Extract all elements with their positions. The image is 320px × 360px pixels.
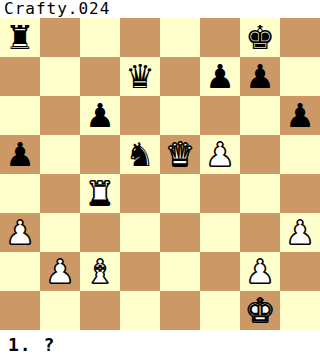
square-a1[interactable] <box>0 291 40 330</box>
square-c6[interactable]: ♟ <box>80 96 120 135</box>
square-e4[interactable] <box>160 174 200 213</box>
square-h8[interactable] <box>280 18 320 57</box>
square-h6[interactable]: ♟ <box>280 96 320 135</box>
square-a3[interactable]: ♟ <box>0 213 40 252</box>
window-title: Crafty.024 <box>0 0 320 18</box>
square-d7[interactable]: ♛ <box>120 57 160 96</box>
piece-white-pawn: ♟ <box>205 138 235 171</box>
piece-black-king: ♚ <box>245 21 275 54</box>
square-b7[interactable] <box>40 57 80 96</box>
square-a8[interactable]: ♜ <box>0 18 40 57</box>
square-b2[interactable]: ♟ <box>40 252 80 291</box>
square-f2[interactable] <box>200 252 240 291</box>
piece-black-pawn: ♟ <box>245 60 275 93</box>
square-g8[interactable]: ♚ <box>240 18 280 57</box>
square-c7[interactable] <box>80 57 120 96</box>
square-f5[interactable]: ♟ <box>200 135 240 174</box>
square-e1[interactable] <box>160 291 200 330</box>
square-f8[interactable] <box>200 18 240 57</box>
square-a7[interactable] <box>0 57 40 96</box>
piece-black-pawn: ♟ <box>85 99 115 132</box>
square-d1[interactable] <box>120 291 160 330</box>
square-b4[interactable] <box>40 174 80 213</box>
square-d6[interactable] <box>120 96 160 135</box>
piece-white-pawn: ♟ <box>285 216 315 249</box>
square-c3[interactable] <box>80 213 120 252</box>
move-prompt: 1. ? <box>0 330 320 360</box>
square-g1[interactable]: ♚ <box>240 291 280 330</box>
piece-black-pawn: ♟ <box>285 99 315 132</box>
square-h1[interactable] <box>280 291 320 330</box>
square-c8[interactable] <box>80 18 120 57</box>
square-f7[interactable]: ♟ <box>200 57 240 96</box>
square-c4[interactable]: ♜ <box>80 174 120 213</box>
square-f6[interactable] <box>200 96 240 135</box>
square-g6[interactable] <box>240 96 280 135</box>
square-g2[interactable]: ♟ <box>240 252 280 291</box>
piece-black-knight: ♞ <box>125 138 155 171</box>
square-g7[interactable]: ♟ <box>240 57 280 96</box>
square-b8[interactable] <box>40 18 80 57</box>
square-h7[interactable] <box>280 57 320 96</box>
square-e5[interactable]: ♛ <box>160 135 200 174</box>
piece-white-rook: ♜ <box>85 177 115 210</box>
square-b5[interactable] <box>40 135 80 174</box>
square-a2[interactable] <box>0 252 40 291</box>
square-g4[interactable] <box>240 174 280 213</box>
square-h5[interactable] <box>280 135 320 174</box>
piece-white-pawn: ♟ <box>5 216 35 249</box>
square-f1[interactable] <box>200 291 240 330</box>
square-e2[interactable] <box>160 252 200 291</box>
piece-white-bishop: ♝ <box>85 255 115 288</box>
square-g3[interactable] <box>240 213 280 252</box>
piece-white-pawn: ♟ <box>45 255 75 288</box>
square-d2[interactable] <box>120 252 160 291</box>
square-c2[interactable]: ♝ <box>80 252 120 291</box>
square-a4[interactable] <box>0 174 40 213</box>
square-d4[interactable] <box>120 174 160 213</box>
square-h3[interactable]: ♟ <box>280 213 320 252</box>
square-h4[interactable] <box>280 174 320 213</box>
piece-black-pawn: ♟ <box>205 60 235 93</box>
square-h2[interactable] <box>280 252 320 291</box>
square-f4[interactable] <box>200 174 240 213</box>
square-e8[interactable] <box>160 18 200 57</box>
square-e6[interactable] <box>160 96 200 135</box>
chess-board: ♜♚♛♟♟♟♟♟♞♛♟♜♟♟♟♝♟♚ <box>0 18 320 330</box>
piece-black-queen: ♛ <box>125 60 155 93</box>
square-e3[interactable] <box>160 213 200 252</box>
square-a5[interactable]: ♟ <box>0 135 40 174</box>
piece-black-pawn: ♟ <box>5 138 35 171</box>
piece-white-king: ♚ <box>245 294 275 327</box>
square-c1[interactable] <box>80 291 120 330</box>
square-b6[interactable] <box>40 96 80 135</box>
square-b3[interactable] <box>40 213 80 252</box>
square-f3[interactable] <box>200 213 240 252</box>
square-a6[interactable] <box>0 96 40 135</box>
square-d8[interactable] <box>120 18 160 57</box>
piece-white-queen: ♛ <box>165 138 195 171</box>
square-c5[interactable] <box>80 135 120 174</box>
square-d5[interactable]: ♞ <box>120 135 160 174</box>
square-e7[interactable] <box>160 57 200 96</box>
square-g5[interactable] <box>240 135 280 174</box>
piece-black-rook: ♜ <box>5 21 35 54</box>
square-d3[interactable] <box>120 213 160 252</box>
piece-white-pawn: ♟ <box>245 255 275 288</box>
square-b1[interactable] <box>40 291 80 330</box>
